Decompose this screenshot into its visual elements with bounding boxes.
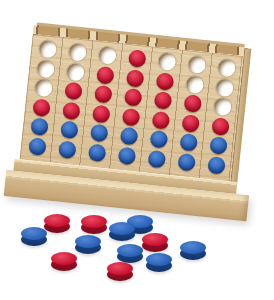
puck-top	[81, 215, 107, 228]
red-puck[interactable]	[44, 214, 70, 233]
empty-hole	[68, 43, 87, 62]
cell-col5-row6[interactable]	[140, 148, 172, 171]
puck-top	[180, 241, 206, 254]
cell-col4-row6[interactable]	[111, 144, 143, 167]
blue-puck[interactable]	[109, 222, 135, 241]
empty-hole	[157, 52, 176, 71]
blue-disc	[58, 140, 77, 159]
blue-disc	[149, 130, 168, 149]
puck-top	[44, 214, 70, 227]
red-puck[interactable]	[142, 233, 168, 252]
blue-disc	[30, 118, 49, 137]
empty-hole	[213, 98, 232, 117]
blue-disc	[60, 121, 79, 140]
puck-top	[109, 222, 135, 235]
cell-col1-row6[interactable]	[21, 135, 53, 158]
empty-hole	[34, 79, 53, 98]
blue-disc	[207, 156, 226, 175]
red-disc	[183, 94, 202, 113]
red-disc	[64, 82, 83, 101]
blue-disc	[89, 124, 108, 143]
red-disc	[151, 111, 170, 130]
red-puck[interactable]	[51, 252, 77, 271]
red-disc	[211, 117, 230, 136]
puck-top	[21, 227, 47, 240]
empty-hole	[215, 78, 234, 97]
scene	[0, 0, 274, 300]
red-disc	[32, 98, 51, 117]
blue-disc	[87, 143, 106, 162]
puck-top	[75, 235, 101, 248]
blue-disc	[28, 137, 47, 156]
cell-col2-row6[interactable]	[51, 138, 83, 161]
red-disc	[93, 85, 112, 104]
blue-puck[interactable]	[21, 227, 47, 246]
puck-top	[146, 253, 172, 266]
red-disc	[127, 49, 146, 68]
red-disc	[155, 72, 174, 91]
red-puck[interactable]	[81, 215, 107, 234]
empty-hole	[36, 59, 55, 78]
blue-disc	[117, 146, 136, 165]
red-disc	[91, 104, 110, 123]
puck-top	[142, 233, 168, 246]
blue-puck[interactable]	[117, 244, 143, 263]
empty-hole	[185, 75, 204, 94]
empty-hole	[217, 59, 236, 78]
empty-hole	[66, 62, 85, 81]
puck-top	[117, 244, 143, 257]
red-disc	[125, 69, 144, 88]
red-disc	[96, 66, 115, 85]
blue-puck[interactable]	[180, 241, 206, 260]
red-disc	[153, 91, 172, 110]
board-front	[20, 34, 244, 181]
puck-top	[51, 252, 77, 265]
blue-disc	[147, 149, 166, 168]
cell-col3-row6[interactable]	[81, 141, 113, 164]
empty-hole	[187, 56, 206, 75]
red-puck[interactable]	[107, 262, 133, 281]
blue-puck[interactable]	[146, 253, 172, 272]
cell-col7-row6[interactable]	[200, 154, 232, 177]
blue-disc	[119, 127, 138, 146]
red-disc	[123, 88, 142, 107]
blue-disc	[179, 133, 198, 152]
empty-hole	[38, 40, 57, 59]
blue-puck[interactable]	[75, 235, 101, 254]
blue-disc	[209, 136, 228, 155]
board-grid	[21, 38, 242, 176]
cell-col6-row6[interactable]	[170, 151, 202, 174]
red-disc	[62, 101, 81, 120]
red-disc	[121, 108, 140, 127]
red-disc	[181, 114, 200, 133]
connect-four-stand	[34, 22, 252, 45]
empty-hole	[98, 46, 117, 65]
puck-top	[107, 262, 133, 275]
blue-disc	[177, 153, 196, 172]
